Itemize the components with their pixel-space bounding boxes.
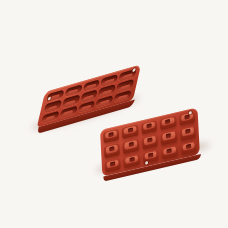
square-cavity: [62, 95, 80, 108]
square-cavity: [116, 79, 134, 92]
bump-grid: [100, 108, 200, 177]
square-cavity: [78, 100, 96, 113]
square-cavity: [80, 90, 98, 103]
square-bump: [161, 145, 178, 160]
product-photo-background: [0, 0, 228, 228]
square-bump: [179, 126, 196, 141]
square-bump: [105, 158, 122, 173]
square-bump: [161, 130, 178, 145]
square-bump: [123, 139, 140, 154]
silicone-mold-cavity-side-up: [37, 64, 141, 127]
silicone-mold-flipped-bump-side: [100, 108, 200, 177]
square-cavity: [100, 74, 118, 87]
square-bump: [104, 143, 121, 158]
square-cavity: [98, 84, 116, 97]
square-bump: [160, 116, 177, 131]
square-bump: [179, 111, 196, 126]
square-bump: [180, 140, 197, 155]
square-bump: [103, 129, 120, 144]
square-bump: [123, 153, 140, 168]
square-bump: [122, 124, 139, 139]
square-cavity: [82, 79, 100, 92]
square-cavity: [44, 100, 62, 113]
square-bump: [141, 120, 158, 135]
square-bump: [142, 134, 159, 149]
cavity-grid: [37, 64, 141, 127]
